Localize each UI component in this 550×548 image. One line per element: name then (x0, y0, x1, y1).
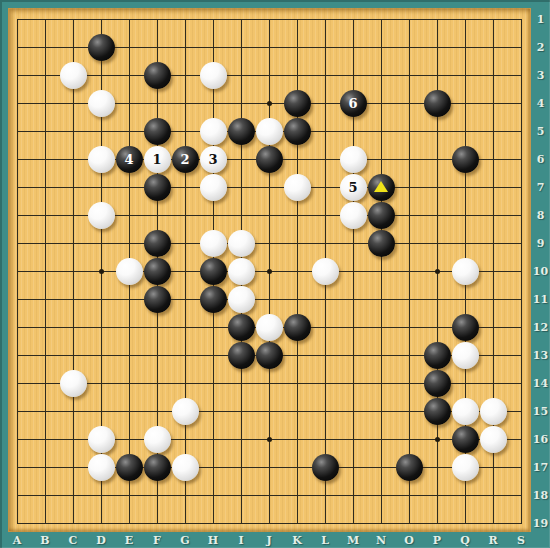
intersection[interactable] (115, 509, 143, 537)
intersection[interactable] (87, 5, 115, 33)
intersection[interactable] (283, 5, 311, 33)
intersection[interactable] (87, 341, 115, 369)
intersection[interactable] (31, 33, 59, 61)
intersection[interactable] (143, 229, 171, 257)
intersection[interactable] (283, 313, 311, 341)
intersection[interactable] (451, 397, 479, 425)
intersection[interactable] (143, 397, 171, 425)
intersection[interactable] (171, 481, 199, 509)
intersection[interactable] (451, 173, 479, 201)
intersection[interactable] (451, 453, 479, 481)
intersection[interactable] (339, 397, 367, 425)
intersection[interactable] (283, 369, 311, 397)
intersection[interactable] (59, 5, 87, 33)
intersection[interactable] (31, 5, 59, 33)
intersection[interactable] (255, 341, 283, 369)
intersection[interactable] (199, 5, 227, 33)
intersection[interactable] (115, 285, 143, 313)
intersection[interactable] (199, 61, 227, 89)
intersection[interactable] (227, 313, 255, 341)
intersection[interactable] (143, 61, 171, 89)
intersection[interactable] (115, 453, 143, 481)
intersection[interactable] (479, 201, 507, 229)
intersection[interactable] (255, 481, 283, 509)
intersection[interactable] (367, 117, 395, 145)
intersection[interactable] (367, 89, 395, 117)
intersection[interactable] (227, 229, 255, 257)
intersection[interactable] (423, 117, 451, 145)
intersection[interactable] (451, 61, 479, 89)
intersection[interactable] (283, 481, 311, 509)
intersection[interactable] (31, 89, 59, 117)
intersection[interactable] (339, 369, 367, 397)
intersection[interactable] (479, 369, 507, 397)
intersection[interactable] (3, 117, 31, 145)
intersection[interactable] (423, 425, 451, 453)
intersection[interactable] (479, 453, 507, 481)
intersection[interactable] (227, 145, 255, 173)
intersection[interactable] (199, 453, 227, 481)
intersection[interactable] (311, 173, 339, 201)
intersection[interactable] (367, 257, 395, 285)
intersection[interactable] (311, 61, 339, 89)
intersection[interactable] (311, 201, 339, 229)
intersection[interactable] (3, 173, 31, 201)
intersection[interactable] (3, 89, 31, 117)
intersection[interactable]: 4 (115, 145, 143, 173)
intersection[interactable] (451, 201, 479, 229)
intersection[interactable] (227, 5, 255, 33)
intersection[interactable] (31, 285, 59, 313)
intersection[interactable] (339, 61, 367, 89)
intersection[interactable] (31, 397, 59, 425)
intersection[interactable] (423, 229, 451, 257)
intersection[interactable] (311, 229, 339, 257)
intersection[interactable] (283, 61, 311, 89)
intersection[interactable] (367, 173, 395, 201)
intersection[interactable] (367, 61, 395, 89)
intersection[interactable] (395, 313, 423, 341)
intersection[interactable] (423, 89, 451, 117)
intersection[interactable] (255, 33, 283, 61)
intersection[interactable] (255, 313, 283, 341)
intersection[interactable] (423, 509, 451, 537)
intersection[interactable] (367, 201, 395, 229)
intersection[interactable] (339, 481, 367, 509)
intersection[interactable] (423, 285, 451, 313)
intersection[interactable] (171, 5, 199, 33)
intersection[interactable] (87, 33, 115, 61)
intersection[interactable] (423, 313, 451, 341)
intersection[interactable] (59, 33, 87, 61)
intersection[interactable] (227, 397, 255, 425)
intersection[interactable] (59, 229, 87, 257)
intersection[interactable] (451, 5, 479, 33)
intersection[interactable] (227, 173, 255, 201)
intersection[interactable] (143, 173, 171, 201)
intersection[interactable] (227, 425, 255, 453)
intersection[interactable] (283, 145, 311, 173)
intersection[interactable] (31, 341, 59, 369)
intersection[interactable] (87, 61, 115, 89)
intersection[interactable] (283, 257, 311, 285)
intersection[interactable] (451, 257, 479, 285)
intersection[interactable] (283, 229, 311, 257)
intersection[interactable] (311, 453, 339, 481)
intersection[interactable] (143, 5, 171, 33)
intersection[interactable] (395, 453, 423, 481)
intersection[interactable] (255, 369, 283, 397)
intersection[interactable] (451, 117, 479, 145)
intersection[interactable] (87, 397, 115, 425)
intersection[interactable] (143, 481, 171, 509)
intersection[interactable] (143, 33, 171, 61)
intersection[interactable] (255, 5, 283, 33)
intersection[interactable] (395, 61, 423, 89)
intersection[interactable] (143, 257, 171, 285)
intersection[interactable] (87, 201, 115, 229)
intersection[interactable] (311, 397, 339, 425)
intersection[interactable] (423, 369, 451, 397)
intersection[interactable] (227, 453, 255, 481)
intersection[interactable] (339, 341, 367, 369)
intersection[interactable] (31, 313, 59, 341)
intersection[interactable] (199, 481, 227, 509)
intersection[interactable] (395, 173, 423, 201)
intersection[interactable] (115, 313, 143, 341)
intersection[interactable] (87, 89, 115, 117)
intersection[interactable] (367, 453, 395, 481)
intersection[interactable] (171, 117, 199, 145)
intersection[interactable] (479, 397, 507, 425)
intersection[interactable] (59, 117, 87, 145)
intersection[interactable] (339, 117, 367, 145)
intersection[interactable] (115, 89, 143, 117)
intersection[interactable] (59, 61, 87, 89)
intersection[interactable] (59, 369, 87, 397)
intersection[interactable] (283, 425, 311, 453)
intersection[interactable] (199, 285, 227, 313)
intersection[interactable] (59, 257, 87, 285)
intersection[interactable] (31, 61, 59, 89)
intersection[interactable] (423, 481, 451, 509)
intersection[interactable] (395, 201, 423, 229)
intersection[interactable] (115, 229, 143, 257)
intersection[interactable] (59, 313, 87, 341)
intersection[interactable] (171, 201, 199, 229)
intersection[interactable] (311, 117, 339, 145)
intersection[interactable] (115, 257, 143, 285)
intersection[interactable] (311, 313, 339, 341)
intersection[interactable] (311, 425, 339, 453)
intersection[interactable] (423, 145, 451, 173)
intersection[interactable] (171, 173, 199, 201)
intersection[interactable] (227, 33, 255, 61)
intersection[interactable] (479, 341, 507, 369)
intersection[interactable] (87, 229, 115, 257)
intersection[interactable] (115, 173, 143, 201)
intersection[interactable] (59, 145, 87, 173)
intersection[interactable] (367, 5, 395, 33)
intersection[interactable] (255, 89, 283, 117)
intersection[interactable] (311, 33, 339, 61)
intersection[interactable]: 6 (339, 89, 367, 117)
intersection[interactable] (423, 257, 451, 285)
intersection[interactable] (367, 33, 395, 61)
intersection[interactable] (255, 145, 283, 173)
intersection[interactable] (339, 285, 367, 313)
intersection[interactable] (255, 285, 283, 313)
intersection[interactable] (227, 61, 255, 89)
intersection[interactable] (283, 341, 311, 369)
intersection[interactable] (423, 341, 451, 369)
intersection[interactable] (339, 5, 367, 33)
intersection[interactable] (395, 425, 423, 453)
intersection[interactable] (31, 509, 59, 537)
intersection[interactable] (199, 201, 227, 229)
intersection[interactable] (367, 425, 395, 453)
intersection[interactable] (143, 201, 171, 229)
intersection[interactable] (395, 369, 423, 397)
intersection[interactable] (395, 5, 423, 33)
intersection[interactable] (479, 425, 507, 453)
intersection[interactable] (339, 33, 367, 61)
intersection[interactable] (423, 453, 451, 481)
intersection[interactable] (451, 509, 479, 537)
intersection[interactable] (451, 481, 479, 509)
intersection[interactable] (115, 425, 143, 453)
intersection[interactable] (227, 509, 255, 537)
intersection[interactable] (59, 509, 87, 537)
intersection[interactable] (199, 397, 227, 425)
intersection[interactable] (339, 145, 367, 173)
intersection[interactable] (3, 285, 31, 313)
intersection[interactable] (395, 117, 423, 145)
intersection[interactable] (479, 313, 507, 341)
intersection[interactable] (227, 369, 255, 397)
intersection[interactable] (115, 369, 143, 397)
intersection[interactable] (171, 33, 199, 61)
intersection[interactable] (171, 397, 199, 425)
intersection[interactable] (311, 285, 339, 313)
intersection[interactable] (255, 173, 283, 201)
intersection[interactable] (59, 173, 87, 201)
intersection[interactable] (395, 509, 423, 537)
intersection[interactable] (115, 33, 143, 61)
intersection[interactable] (311, 341, 339, 369)
intersection[interactable] (339, 257, 367, 285)
intersection[interactable] (339, 425, 367, 453)
intersection[interactable] (451, 425, 479, 453)
intersection[interactable] (87, 509, 115, 537)
intersection[interactable] (479, 117, 507, 145)
intersection[interactable] (59, 397, 87, 425)
intersection[interactable] (479, 61, 507, 89)
intersection[interactable]: 2 (171, 145, 199, 173)
intersection[interactable] (31, 425, 59, 453)
intersection[interactable] (87, 285, 115, 313)
intersection[interactable] (199, 313, 227, 341)
intersection[interactable] (115, 117, 143, 145)
intersection[interactable] (479, 173, 507, 201)
intersection[interactable] (87, 145, 115, 173)
intersection[interactable] (3, 341, 31, 369)
intersection[interactable] (115, 5, 143, 33)
intersection[interactable] (143, 117, 171, 145)
intersection[interactable] (87, 369, 115, 397)
intersection[interactable] (59, 201, 87, 229)
intersection[interactable] (31, 173, 59, 201)
intersection[interactable] (367, 145, 395, 173)
intersection[interactable] (227, 341, 255, 369)
intersection[interactable] (3, 397, 31, 425)
intersection[interactable] (171, 313, 199, 341)
intersection[interactable] (199, 257, 227, 285)
intersection[interactable] (3, 61, 31, 89)
intersection[interactable] (451, 285, 479, 313)
intersection[interactable] (143, 425, 171, 453)
intersection[interactable] (3, 5, 31, 33)
intersection[interactable] (171, 341, 199, 369)
intersection[interactable] (283, 509, 311, 537)
intersection[interactable] (255, 257, 283, 285)
intersection[interactable] (3, 229, 31, 257)
intersection[interactable] (367, 481, 395, 509)
intersection[interactable] (479, 285, 507, 313)
intersection[interactable] (311, 5, 339, 33)
intersection[interactable] (115, 341, 143, 369)
intersection[interactable] (3, 369, 31, 397)
intersection[interactable] (311, 481, 339, 509)
intersection[interactable] (451, 229, 479, 257)
intersection[interactable] (451, 313, 479, 341)
intersection[interactable] (367, 341, 395, 369)
intersection[interactable] (87, 257, 115, 285)
intersection[interactable] (171, 509, 199, 537)
intersection[interactable]: 5 (339, 173, 367, 201)
intersection[interactable] (479, 229, 507, 257)
intersection[interactable] (479, 89, 507, 117)
intersection[interactable] (199, 369, 227, 397)
intersection[interactable] (3, 453, 31, 481)
intersection[interactable] (3, 33, 31, 61)
intersection[interactable] (395, 89, 423, 117)
intersection[interactable] (227, 201, 255, 229)
intersection[interactable] (31, 453, 59, 481)
intersection[interactable] (395, 481, 423, 509)
intersection[interactable] (59, 481, 87, 509)
intersection[interactable] (451, 369, 479, 397)
intersection[interactable] (199, 509, 227, 537)
intersection[interactable] (423, 397, 451, 425)
intersection[interactable] (31, 201, 59, 229)
intersection[interactable] (3, 481, 31, 509)
intersection[interactable] (479, 145, 507, 173)
intersection[interactable] (199, 425, 227, 453)
intersection[interactable] (395, 285, 423, 313)
intersection[interactable] (479, 5, 507, 33)
intersection[interactable] (87, 117, 115, 145)
intersection[interactable] (395, 33, 423, 61)
intersection[interactable] (339, 229, 367, 257)
intersection[interactable] (255, 201, 283, 229)
intersection[interactable] (479, 509, 507, 537)
intersection[interactable] (227, 89, 255, 117)
intersection[interactable] (31, 257, 59, 285)
intersection[interactable] (31, 481, 59, 509)
intersection[interactable] (59, 285, 87, 313)
intersection[interactable] (171, 89, 199, 117)
intersection[interactable] (227, 257, 255, 285)
intersection[interactable] (227, 481, 255, 509)
intersection[interactable] (311, 145, 339, 173)
intersection[interactable] (31, 117, 59, 145)
intersection[interactable] (423, 5, 451, 33)
intersection[interactable] (115, 201, 143, 229)
intersection[interactable] (479, 33, 507, 61)
intersection[interactable] (283, 397, 311, 425)
intersection[interactable] (367, 313, 395, 341)
intersection[interactable] (227, 117, 255, 145)
intersection[interactable] (143, 341, 171, 369)
intersection[interactable] (423, 173, 451, 201)
intersection[interactable] (395, 145, 423, 173)
intersection[interactable] (143, 453, 171, 481)
intersection[interactable] (87, 481, 115, 509)
intersection[interactable] (283, 89, 311, 117)
intersection[interactable] (255, 453, 283, 481)
intersection[interactable] (143, 285, 171, 313)
intersection[interactable] (115, 61, 143, 89)
intersection[interactable] (199, 173, 227, 201)
intersection[interactable] (283, 453, 311, 481)
intersection[interactable] (451, 89, 479, 117)
intersection[interactable] (311, 257, 339, 285)
intersection[interactable] (59, 89, 87, 117)
intersection[interactable] (367, 229, 395, 257)
intersection[interactable] (171, 453, 199, 481)
intersection[interactable] (395, 397, 423, 425)
intersection[interactable] (255, 229, 283, 257)
intersection[interactable] (255, 425, 283, 453)
intersection[interactable] (395, 229, 423, 257)
intersection[interactable] (199, 117, 227, 145)
intersection[interactable] (479, 257, 507, 285)
intersection[interactable] (395, 341, 423, 369)
intersection[interactable] (423, 33, 451, 61)
intersection[interactable] (367, 369, 395, 397)
intersection[interactable] (311, 509, 339, 537)
intersection[interactable] (171, 369, 199, 397)
intersection[interactable] (311, 89, 339, 117)
intersection[interactable] (87, 453, 115, 481)
intersection[interactable] (143, 509, 171, 537)
intersection[interactable] (3, 313, 31, 341)
intersection[interactable] (423, 201, 451, 229)
intersection[interactable] (143, 313, 171, 341)
intersection[interactable] (255, 61, 283, 89)
intersection[interactable] (283, 117, 311, 145)
intersection[interactable] (255, 397, 283, 425)
intersection[interactable] (171, 61, 199, 89)
intersection[interactable] (3, 509, 31, 537)
intersection[interactable] (311, 369, 339, 397)
intersection[interactable] (339, 453, 367, 481)
intersection[interactable] (31, 145, 59, 173)
intersection[interactable] (3, 145, 31, 173)
intersection[interactable] (395, 257, 423, 285)
intersection[interactable] (115, 481, 143, 509)
